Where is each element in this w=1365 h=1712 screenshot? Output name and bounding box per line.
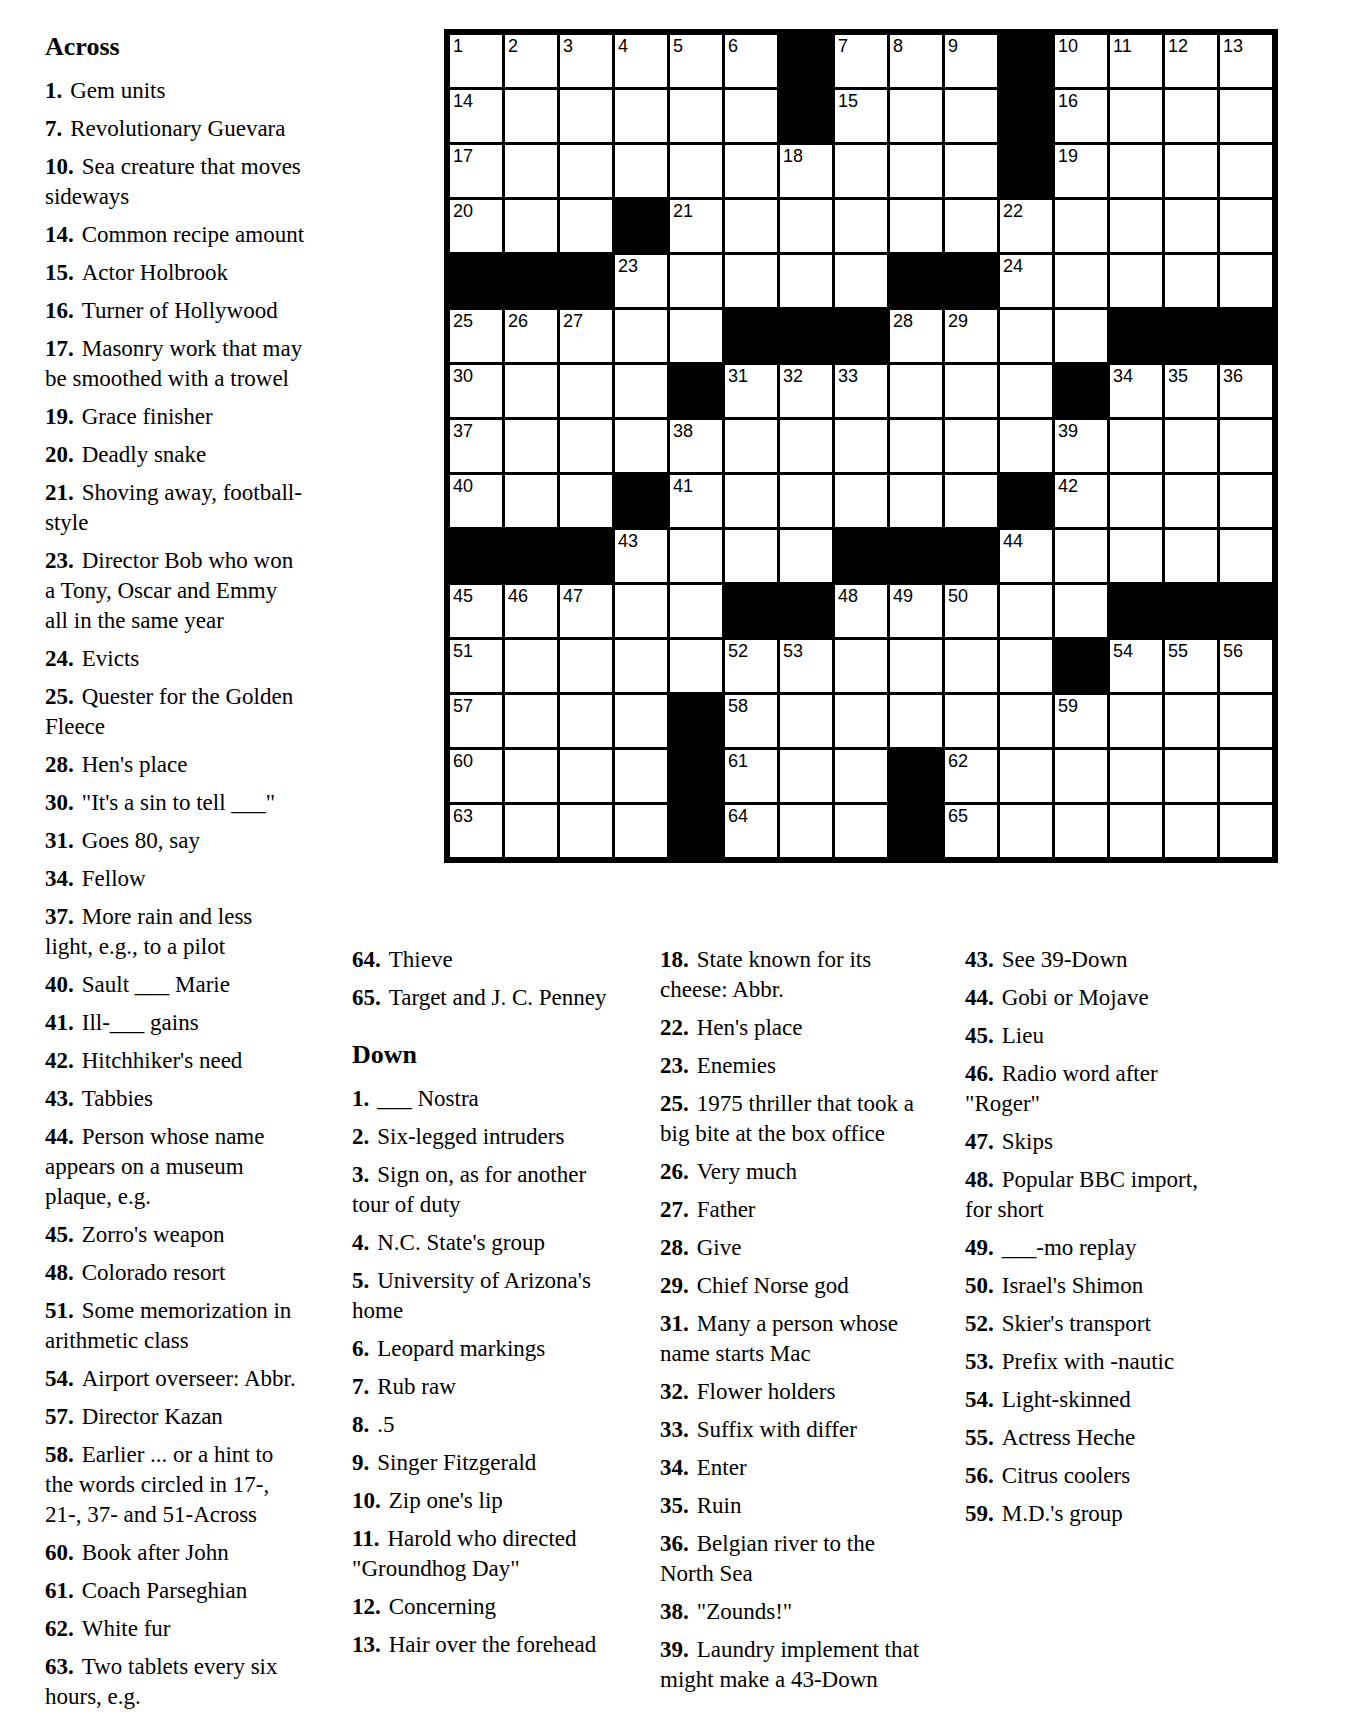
cell-r13c6[interactable]: 58 (725, 695, 777, 747)
clue-down-59: 59.M.D.'s group (965, 1499, 1215, 1529)
cell-r4c6[interactable] (725, 200, 777, 252)
cell-r9c14[interactable] (1165, 475, 1217, 527)
cell-r8c8[interactable] (835, 420, 887, 472)
cell-r3c7[interactable]: 18 (780, 145, 832, 197)
cell-r1c2[interactable]: 2 (505, 35, 557, 87)
black-cell-r15c5 (670, 805, 722, 857)
clue-text: Gem units (70, 78, 165, 103)
clues-column-4: 43.See 39-Down44.Gobi or Mojave45.Lieu46… (965, 945, 1215, 1537)
cell-r1c9[interactable]: 8 (890, 35, 942, 87)
clue-number: 45. (45, 1222, 74, 1247)
cell-number-r9c1: 40 (453, 476, 473, 496)
cell-r4c12[interactable] (1055, 200, 1107, 252)
cell-r9c5[interactable]: 41 (670, 475, 722, 527)
cell-r6c10[interactable]: 29 (945, 310, 997, 362)
cell-r15c11[interactable] (1000, 805, 1052, 857)
clue-number: 32. (660, 1379, 689, 1404)
cell-r15c13[interactable] (1110, 805, 1162, 857)
cell-r11c11[interactable] (1000, 585, 1052, 637)
cell-r1c4[interactable]: 4 (615, 35, 667, 87)
cell-r2c10[interactable] (945, 90, 997, 142)
cell-r3c10[interactable] (945, 145, 997, 197)
clue-across-60: 60.Book after John (45, 1538, 330, 1568)
cell-r10c15[interactable] (1220, 530, 1272, 582)
clue-number: 9. (352, 1450, 369, 1475)
cell-r12c2[interactable] (505, 640, 557, 692)
cell-r14c8[interactable] (835, 750, 887, 802)
clue-number: 40. (45, 972, 74, 997)
cell-r13c7[interactable] (780, 695, 832, 747)
cell-r12c15[interactable]: 56 (1220, 640, 1272, 692)
cell-r12c14[interactable]: 55 (1165, 640, 1217, 692)
cell-number-r4c5: 21 (673, 201, 693, 221)
cell-r14c1[interactable]: 60 (450, 750, 502, 802)
cell-r1c3[interactable]: 3 (560, 35, 612, 87)
cell-r7c14[interactable]: 35 (1165, 365, 1217, 417)
cell-r13c1[interactable]: 57 (450, 695, 502, 747)
cell-r9c7[interactable] (780, 475, 832, 527)
cell-r8c12[interactable]: 39 (1055, 420, 1107, 472)
clue-number: 45. (965, 1023, 994, 1048)
clue-number: 23. (45, 548, 74, 573)
cell-r13c14[interactable] (1165, 695, 1217, 747)
cell-number-r1c2: 2 (508, 36, 518, 56)
cell-r13c12[interactable]: 59 (1055, 695, 1107, 747)
cell-r2c13[interactable] (1110, 90, 1162, 142)
cell-r15c7[interactable] (780, 805, 832, 857)
cell-r7c3[interactable] (560, 365, 612, 417)
cell-r4c11[interactable]: 22 (1000, 200, 1052, 252)
clue-text: Actor Holbrook (82, 260, 228, 285)
cell-r1c6[interactable]: 6 (725, 35, 777, 87)
clue-number: 1. (352, 1086, 369, 1111)
cell-r1c12[interactable]: 10 (1055, 35, 1107, 87)
cell-r4c14[interactable] (1165, 200, 1217, 252)
cell-r7c15[interactable]: 36 (1220, 365, 1272, 417)
cell-number-r12c6: 52 (728, 641, 748, 661)
black-cell-r11c13 (1110, 585, 1162, 637)
cell-r10c6[interactable] (725, 530, 777, 582)
cell-r5c7[interactable] (780, 255, 832, 307)
cell-r3c6[interactable] (725, 145, 777, 197)
cell-r7c4[interactable] (615, 365, 667, 417)
cell-r15c1[interactable]: 63 (450, 805, 502, 857)
clue-text: Belgian river to the North Sea (660, 1531, 875, 1586)
clue-down-27: 27.Father (660, 1195, 960, 1225)
cell-r11c2[interactable]: 46 (505, 585, 557, 637)
cell-r2c12[interactable]: 16 (1055, 90, 1107, 142)
clue-down-38: 38."Zounds!" (660, 1597, 960, 1627)
cell-r8c5[interactable]: 38 (670, 420, 722, 472)
clue-down-18: 18.State known for its cheese: Abbr. (660, 945, 960, 1005)
cell-r6c1[interactable]: 25 (450, 310, 502, 362)
clue-number: 23. (660, 1053, 689, 1078)
cell-number-r12c14: 55 (1168, 641, 1188, 661)
black-cell-r12c12 (1055, 640, 1107, 692)
cell-r15c2[interactable] (505, 805, 557, 857)
cell-r12c3[interactable] (560, 640, 612, 692)
cell-r8c6[interactable] (725, 420, 777, 472)
clue-down-9: 9.Singer Fitzgerald (352, 1448, 644, 1478)
cell-r12c5[interactable] (670, 640, 722, 692)
cell-r3c8[interactable] (835, 145, 887, 197)
clue-number: 19. (45, 404, 74, 429)
cell-r11c3[interactable]: 47 (560, 585, 612, 637)
clue-across-62: 62.White fur (45, 1614, 330, 1644)
cell-r2c15[interactable] (1220, 90, 1272, 142)
cell-r4c5[interactable]: 21 (670, 200, 722, 252)
clue-across-19: 19.Grace finisher (45, 402, 330, 432)
cell-r10c5[interactable] (670, 530, 722, 582)
cell-r15c3[interactable] (560, 805, 612, 857)
cell-r10c13[interactable] (1110, 530, 1162, 582)
clue-text: University of Arizona's home (352, 1268, 591, 1323)
clue-text: Concerning (389, 1594, 496, 1619)
cell-r1c14[interactable]: 12 (1165, 35, 1217, 87)
cell-r14c15[interactable] (1220, 750, 1272, 802)
cell-r2c2[interactable] (505, 90, 557, 142)
clue-text: Very much (697, 1159, 797, 1184)
cell-r9c12[interactable]: 42 (1055, 475, 1107, 527)
cell-r7c11[interactable] (1000, 365, 1052, 417)
cell-r15c14[interactable] (1165, 805, 1217, 857)
cell-r14c6[interactable]: 61 (725, 750, 777, 802)
clue-number: 56. (965, 1463, 994, 1488)
clue-across-54: 54.Airport overseer: Abbr. (45, 1364, 330, 1394)
clue-text: Deadly snake (82, 442, 207, 467)
clue-number: 31. (45, 828, 74, 853)
cell-r1c10[interactable]: 9 (945, 35, 997, 87)
clue-down-4: 4.N.C. State's group (352, 1228, 644, 1258)
clue-text: Give (697, 1235, 742, 1260)
cell-r12c10[interactable] (945, 640, 997, 692)
cell-r4c1[interactable]: 20 (450, 200, 502, 252)
cell-r2c1[interactable]: 14 (450, 90, 502, 142)
cell-r8c13[interactable] (1110, 420, 1162, 472)
clue-text: Enter (697, 1455, 747, 1480)
cell-r1c1[interactable]: 1 (450, 35, 502, 87)
cell-r15c4[interactable] (615, 805, 667, 857)
cell-number-r11c3: 47 (563, 586, 583, 606)
clue-number: 41. (45, 1010, 74, 1035)
cell-r3c4[interactable] (615, 145, 667, 197)
cell-r5c4[interactable]: 23 (615, 255, 667, 307)
clue-text: Gobi or Mojave (1002, 985, 1149, 1010)
cell-r13c8[interactable] (835, 695, 887, 747)
cell-r7c2[interactable] (505, 365, 557, 417)
clue-number: 17. (45, 336, 74, 361)
clue-down-47: 47.Skips (965, 1127, 1215, 1157)
cell-r9c15[interactable] (1220, 475, 1272, 527)
cell-r11c9[interactable]: 49 (890, 585, 942, 637)
cell-r12c7[interactable]: 53 (780, 640, 832, 692)
cell-r5c8[interactable] (835, 255, 887, 307)
cell-r4c15[interactable] (1220, 200, 1272, 252)
cell-r12c9[interactable] (890, 640, 942, 692)
clue-across-61: 61.Coach Parseghian (45, 1576, 330, 1606)
cell-r8c15[interactable] (1220, 420, 1272, 472)
cell-r5c13[interactable] (1110, 255, 1162, 307)
cell-r9c2[interactable] (505, 475, 557, 527)
clue-down-23: 23.Enemies (660, 1051, 960, 1081)
cell-r6c2[interactable]: 26 (505, 310, 557, 362)
cell-r10c4[interactable]: 43 (615, 530, 667, 582)
cell-r2c9[interactable] (890, 90, 942, 142)
black-cell-r6c13 (1110, 310, 1162, 362)
cell-r3c9[interactable] (890, 145, 942, 197)
clue-down-7: 7.Rub raw (352, 1372, 644, 1402)
clue-number: 34. (660, 1455, 689, 1480)
cell-r13c11[interactable] (1000, 695, 1052, 747)
clue-text: Revolutionary Guevara (70, 116, 285, 141)
cell-r5c6[interactable] (725, 255, 777, 307)
cell-r15c12[interactable] (1055, 805, 1107, 857)
cell-r9c3[interactable] (560, 475, 612, 527)
cell-number-r6c1: 25 (453, 311, 473, 331)
cell-r1c5[interactable]: 5 (670, 35, 722, 87)
cell-r10c7[interactable] (780, 530, 832, 582)
cell-r13c13[interactable] (1110, 695, 1162, 747)
cell-r2c5[interactable] (670, 90, 722, 142)
cell-r6c5[interactable] (670, 310, 722, 362)
cell-r9c13[interactable] (1110, 475, 1162, 527)
cell-r11c12[interactable] (1055, 585, 1107, 637)
cell-r8c4[interactable] (615, 420, 667, 472)
clue-number: 28. (45, 752, 74, 777)
clue-text: Goes 80, say (82, 828, 200, 853)
clue-text: Two tablets every six hours, e.g. (45, 1654, 278, 1709)
cell-r12c4[interactable] (615, 640, 667, 692)
cell-r14c4[interactable] (615, 750, 667, 802)
cell-r8c2[interactable] (505, 420, 557, 472)
clue-down-50: 50.Israel's Shimon (965, 1271, 1215, 1301)
cell-number-r12c13: 54 (1113, 641, 1133, 661)
cell-r3c14[interactable] (1165, 145, 1217, 197)
clue-text: Masonry work that may be smoothed with a… (45, 336, 302, 391)
cell-r2c3[interactable] (560, 90, 612, 142)
cell-r8c14[interactable] (1165, 420, 1217, 472)
clue-text: Harold who directed "Groundhog Day" (352, 1526, 577, 1581)
clue-text: Quester for the Golden Fleece (45, 684, 293, 739)
cell-r2c4[interactable] (615, 90, 667, 142)
cell-r10c11[interactable]: 44 (1000, 530, 1052, 582)
clue-number: 43. (965, 947, 994, 972)
clue-number: 64. (352, 947, 381, 972)
cell-r12c13[interactable]: 54 (1110, 640, 1162, 692)
cell-r7c13[interactable]: 34 (1110, 365, 1162, 417)
cell-r7c9[interactable] (890, 365, 942, 417)
cell-r5c5[interactable] (670, 255, 722, 307)
clue-down-22: 22.Hen's place (660, 1013, 960, 1043)
cell-r9c10[interactable] (945, 475, 997, 527)
cell-r12c6[interactable]: 52 (725, 640, 777, 692)
cell-r14c11[interactable] (1000, 750, 1052, 802)
clue-text: .5 (377, 1412, 394, 1437)
clue-text: Turner of Hollywood (82, 298, 278, 323)
cell-r9c8[interactable] (835, 475, 887, 527)
cell-r4c3[interactable] (560, 200, 612, 252)
cell-r11c1[interactable]: 45 (450, 585, 502, 637)
clue-across-64: 64.Thieve (352, 945, 644, 975)
cell-r8c11[interactable] (1000, 420, 1052, 472)
clue-across-57: 57.Director Kazan (45, 1402, 330, 1432)
clue-number: 55. (965, 1425, 994, 1450)
cell-number-r1c14: 12 (1168, 36, 1188, 56)
cell-r4c9[interactable] (890, 200, 942, 252)
cell-r5c15[interactable] (1220, 255, 1272, 307)
cell-r4c8[interactable] (835, 200, 887, 252)
cell-r7c6[interactable]: 31 (725, 365, 777, 417)
cell-r13c4[interactable] (615, 695, 667, 747)
black-cell-r4c4 (615, 200, 667, 252)
clue-down-25: 25.1975 thriller that took a big bite at… (660, 1089, 960, 1149)
cell-r2c8[interactable]: 15 (835, 90, 887, 142)
cell-number-r1c5: 5 (673, 36, 683, 56)
cell-r3c1[interactable]: 17 (450, 145, 502, 197)
clue-number: 25. (45, 684, 74, 709)
clue-down-43: 43.See 39-Down (965, 945, 1215, 975)
cell-r5c12[interactable] (1055, 255, 1107, 307)
clue-number: 42. (45, 1048, 74, 1073)
clue-across-51: 51.Some memorization in arithmetic class (45, 1296, 330, 1356)
cell-r9c9[interactable] (890, 475, 942, 527)
clue-down-13: 13.Hair over the forehead (352, 1630, 644, 1660)
clue-down-52: 52.Skier's transport (965, 1309, 1215, 1339)
cell-r14c12[interactable] (1055, 750, 1107, 802)
cell-r14c3[interactable] (560, 750, 612, 802)
clue-number: 13. (352, 1632, 381, 1657)
cell-r15c8[interactable] (835, 805, 887, 857)
cell-r6c12[interactable] (1055, 310, 1107, 362)
cell-r3c12[interactable]: 19 (1055, 145, 1107, 197)
clue-text: Lieu (1002, 1023, 1044, 1048)
cell-r10c12[interactable] (1055, 530, 1107, 582)
cell-r1c8[interactable]: 7 (835, 35, 887, 87)
clue-across-37: 37.More rain and less light, e.g., to a … (45, 902, 330, 962)
cell-r8c9[interactable] (890, 420, 942, 472)
cell-r3c3[interactable] (560, 145, 612, 197)
cell-r3c13[interactable] (1110, 145, 1162, 197)
cell-r8c3[interactable] (560, 420, 612, 472)
cell-r8c10[interactable] (945, 420, 997, 472)
cell-r11c5[interactable] (670, 585, 722, 637)
cell-r2c14[interactable] (1165, 90, 1217, 142)
cell-r13c9[interactable] (890, 695, 942, 747)
cell-r14c7[interactable] (780, 750, 832, 802)
cell-r8c7[interactable] (780, 420, 832, 472)
cell-r13c3[interactable] (560, 695, 612, 747)
cell-r14c10[interactable]: 62 (945, 750, 997, 802)
cell-number-r8c5: 38 (673, 421, 693, 441)
cell-number-r2c1: 14 (453, 91, 473, 111)
cell-r3c2[interactable] (505, 145, 557, 197)
clue-text: Target and J. C. Penney (389, 985, 607, 1010)
cell-r7c7[interactable]: 32 (780, 365, 832, 417)
cell-r1c15[interactable]: 13 (1220, 35, 1272, 87)
cell-r7c10[interactable] (945, 365, 997, 417)
cell-r7c8[interactable]: 33 (835, 365, 887, 417)
cell-r11c10[interactable]: 50 (945, 585, 997, 637)
cell-number-r8c1: 37 (453, 421, 473, 441)
clue-number: 36. (660, 1531, 689, 1556)
clue-down-46: 46.Radio word after "Roger" (965, 1059, 1215, 1119)
cell-r15c10[interactable]: 65 (945, 805, 997, 857)
cell-r4c7[interactable] (780, 200, 832, 252)
cell-r7c1[interactable]: 30 (450, 365, 502, 417)
cell-number-r6c9: 28 (893, 311, 913, 331)
cell-r11c4[interactable] (615, 585, 667, 637)
cell-r13c2[interactable] (505, 695, 557, 747)
cell-r3c15[interactable] (1220, 145, 1272, 197)
cell-r9c6[interactable] (725, 475, 777, 527)
cell-r15c15[interactable] (1220, 805, 1272, 857)
cell-r2c6[interactable] (725, 90, 777, 142)
cell-r6c4[interactable] (615, 310, 667, 362)
clue-down-48: 48.Popular BBC import, for short (965, 1165, 1215, 1225)
clue-number: 62. (45, 1616, 74, 1641)
cell-r4c10[interactable] (945, 200, 997, 252)
clue-text: M.D.'s group (1002, 1501, 1123, 1526)
clue-text: White fur (82, 1616, 171, 1641)
cell-r6c9[interactable]: 28 (890, 310, 942, 362)
clue-number: 46. (965, 1061, 994, 1086)
cell-number-r7c1: 30 (453, 366, 473, 386)
clue-down-6: 6.Leopard markings (352, 1334, 644, 1364)
cell-r14c2[interactable] (505, 750, 557, 802)
clue-number: 10. (352, 1488, 381, 1513)
cell-number-r1c10: 9 (948, 36, 958, 56)
cell-r6c11[interactable] (1000, 310, 1052, 362)
cell-number-r8c12: 39 (1058, 421, 1078, 441)
cell-r14c13[interactable] (1110, 750, 1162, 802)
clue-down-39: 39.Laundry implement that might make a 4… (660, 1635, 960, 1695)
cell-r11c8[interactable]: 48 (835, 585, 887, 637)
clue-down-11: 11.Harold who directed "Groundhog Day" (352, 1524, 644, 1584)
cell-r5c11[interactable]: 24 (1000, 255, 1052, 307)
clue-text: More rain and less light, e.g., to a pil… (45, 904, 252, 959)
cell-r6c3[interactable]: 27 (560, 310, 612, 362)
cell-number-r6c2: 26 (508, 311, 528, 331)
cell-r1c13[interactable]: 11 (1110, 35, 1162, 87)
clue-text: Sign on, as for another tour of duty (352, 1162, 586, 1217)
cell-r4c13[interactable] (1110, 200, 1162, 252)
cell-r13c15[interactable] (1220, 695, 1272, 747)
cell-number-r7c14: 35 (1168, 366, 1188, 386)
cell-r12c1[interactable]: 51 (450, 640, 502, 692)
cell-r15c6[interactable]: 64 (725, 805, 777, 857)
clue-down-26: 26.Very much (660, 1157, 960, 1187)
cell-r12c11[interactable] (1000, 640, 1052, 692)
cell-r13c10[interactable] (945, 695, 997, 747)
clue-number: 48. (45, 1260, 74, 1285)
cell-r12c8[interactable] (835, 640, 887, 692)
cell-r14c14[interactable] (1165, 750, 1217, 802)
cell-r4c2[interactable] (505, 200, 557, 252)
cell-r9c1[interactable]: 40 (450, 475, 502, 527)
black-cell-r9c11 (1000, 475, 1052, 527)
clue-number: 7. (45, 116, 62, 141)
cell-r3c5[interactable] (670, 145, 722, 197)
cell-r5c14[interactable] (1165, 255, 1217, 307)
cell-r8c1[interactable]: 37 (450, 420, 502, 472)
cell-number-r6c10: 29 (948, 311, 968, 331)
clue-down-44: 44.Gobi or Mojave (965, 983, 1215, 1013)
cell-r10c14[interactable] (1165, 530, 1217, 582)
clue-number: 20. (45, 442, 74, 467)
black-cell-r2c11 (1000, 90, 1052, 142)
black-cell-r5c10 (945, 255, 997, 307)
clue-down-12: 12.Concerning (352, 1592, 644, 1622)
